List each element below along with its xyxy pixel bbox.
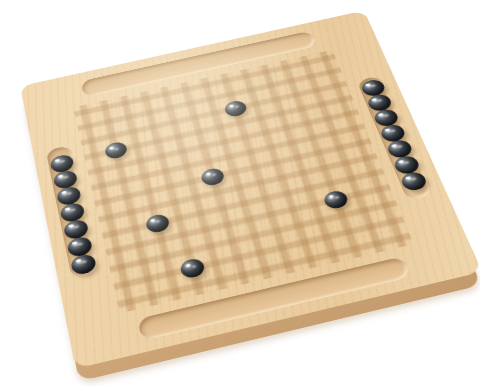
game-board (20, 11, 480, 369)
board-marble[interactable] (144, 213, 170, 234)
tray-marble-left[interactable] (59, 201, 85, 223)
tray-marble-right[interactable] (391, 154, 420, 175)
tray-marble-right[interactable] (398, 170, 428, 192)
tray-marble-left[interactable] (66, 235, 93, 258)
tray-marble-left[interactable] (69, 252, 96, 275)
board-marble[interactable] (322, 189, 350, 210)
product-photo-scene (0, 0, 480, 386)
board-top-surface (20, 11, 480, 369)
tray-marble-left[interactable] (62, 218, 89, 240)
board-marble[interactable] (179, 257, 206, 280)
